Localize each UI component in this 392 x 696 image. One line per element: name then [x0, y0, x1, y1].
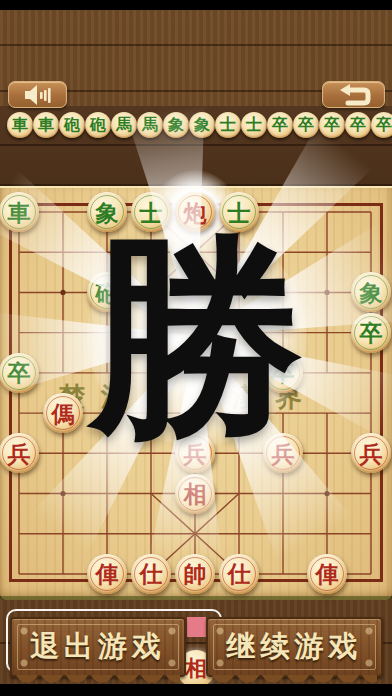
board-piece-black[interactable]: 車 [0, 192, 39, 232]
tray-piece: 馬 [137, 112, 163, 138]
tray-piece: 砲 [59, 112, 85, 138]
board-piece-black[interactable]: 卒 [0, 353, 39, 393]
back-button[interactable] [322, 81, 385, 108]
tray-piece: 馬 [111, 112, 137, 138]
board-piece-red[interactable]: 帥 [175, 554, 215, 594]
continue-game-button[interactable]: 继续游戏 [206, 617, 383, 677]
board-piece-red[interactable]: 傌 [43, 393, 83, 433]
board-piece-red[interactable]: 仕 [219, 554, 259, 594]
board-piece-black[interactable]: 士 [219, 192, 259, 232]
exit-game-button[interactable]: 退出游戏 [10, 617, 186, 677]
tray-piece: 車 [33, 112, 59, 138]
tray-piece: 車 [7, 112, 33, 138]
tray-piece: 卒 [319, 112, 345, 138]
board-piece-red[interactable]: 相 [175, 474, 215, 514]
tray-piece: 士 [241, 112, 267, 138]
board-piece-red[interactable]: 仕 [131, 554, 171, 594]
button-scallops [212, 675, 377, 684]
tray-piece: 士 [215, 112, 241, 138]
return-arrow-icon [337, 82, 371, 108]
sound-button[interactable] [8, 81, 67, 108]
board-piece-red[interactable]: 俥 [87, 554, 127, 594]
speaker-icon [23, 83, 53, 107]
tray-piece: 卒 [371, 112, 392, 138]
tray-piece: 卒 [267, 112, 293, 138]
tray-piece: 卒 [293, 112, 319, 138]
tray-piece: 象 [189, 112, 215, 138]
app-screen: 車車砲砲馬馬象象士士卒卒卒卒卒 您 楚河 漢界 車象士炮士砲象卒卒卒傌兵兵兵兵相… [0, 0, 392, 696]
exit-game-label: 退出游戏 [30, 627, 166, 667]
top-letterbox [0, 0, 392, 10]
xiangqi-board[interactable]: 楚河 漢界 車象士炮士砲象卒卒卒傌兵兵兵兵相俥仕帥仕俥 [0, 186, 392, 600]
continue-game-label: 继续游戏 [227, 627, 363, 667]
tray-piece: 砲 [85, 112, 111, 138]
falling-piece-marker [187, 617, 206, 637]
tray-piece: 卒 [345, 112, 371, 138]
bottom-letterbox [0, 684, 392, 696]
board-piece-black[interactable]: 卒 [263, 353, 303, 393]
board-piece-red[interactable]: 俥 [307, 554, 347, 594]
board-piece-red[interactable]: 炮 [175, 192, 215, 232]
board-piece-black[interactable]: 士 [131, 192, 171, 232]
button-scallops [16, 675, 180, 684]
board-piece-black[interactable]: 象 [87, 192, 127, 232]
tray-piece: 象 [163, 112, 189, 138]
captured-pieces-tray: 車車砲砲馬馬象象士士卒卒卒卒卒 [0, 112, 392, 140]
board-piece-black[interactable]: 卒 [351, 313, 391, 353]
